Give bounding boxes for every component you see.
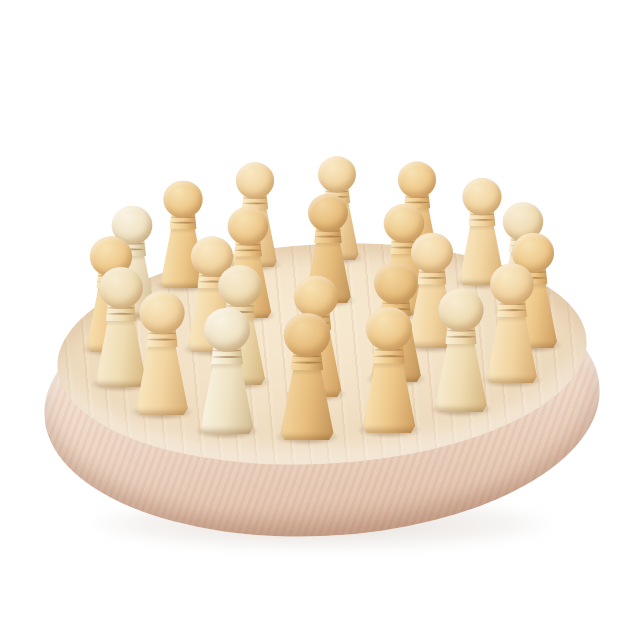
peg-outer-5[interactable] — [484, 263, 539, 383]
peg-outer-8[interactable] — [278, 313, 336, 440]
peg-outer-9[interactable] — [198, 308, 256, 435]
peg-head — [374, 262, 418, 304]
peg-outer-6[interactable] — [433, 289, 490, 413]
peg-head — [308, 194, 348, 232]
peg-head — [139, 292, 184, 335]
peg-head — [236, 163, 274, 199]
peg-body — [135, 344, 190, 416]
peg-layer — [0, 0, 640, 640]
peg-head — [318, 156, 356, 192]
peg-head — [294, 276, 338, 318]
peg-head — [163, 180, 202, 217]
peg-head — [439, 289, 484, 332]
peg-body — [485, 314, 538, 383]
peg-body — [199, 362, 255, 435]
peg-head — [490, 263, 534, 305]
peg-head — [366, 307, 412, 351]
peg-outer-7[interactable] — [360, 307, 418, 433]
peg-body — [434, 341, 489, 412]
peg-outer-10[interactable] — [134, 292, 191, 416]
peg-head — [462, 178, 501, 215]
product-scene — [0, 0, 640, 640]
peg-head — [204, 308, 250, 352]
peg-head — [284, 313, 330, 357]
peg-body — [279, 367, 335, 440]
peg-head — [398, 161, 436, 197]
peg-body — [361, 360, 417, 433]
peg-head — [218, 265, 262, 307]
